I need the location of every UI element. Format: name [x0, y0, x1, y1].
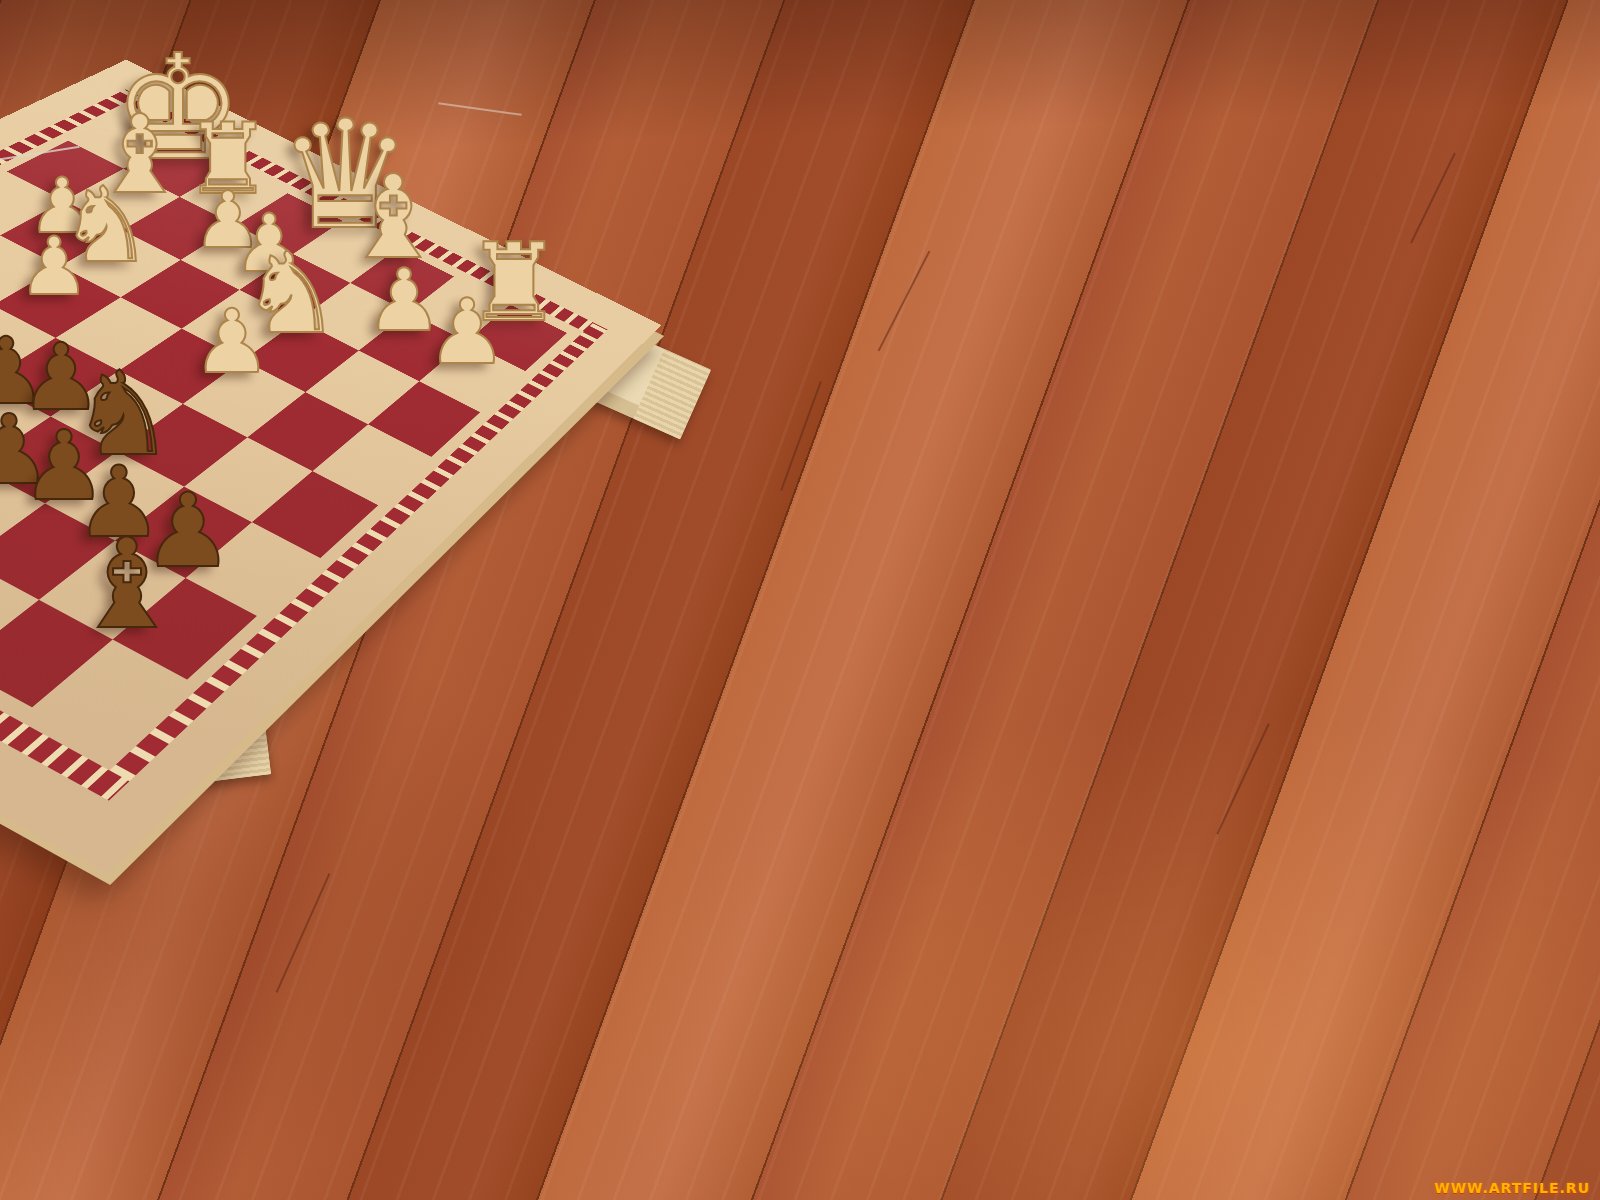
photo-scene: WWW.ARTFILE.RU ♚♜♛♝♜♝♟♟♟♟♟♞♞♟♟♟♟♞♟♟♟♟♝ [0, 0, 1600, 1200]
piece-white-P-b4: ♟ [18, 227, 90, 307]
piece-white-P-h2: ♟ [427, 287, 508, 377]
piece-black-B-g7: ♝ [71, 522, 182, 646]
piece-white-P-f4: ♟ [193, 298, 272, 386]
watermark: WWW.ARTFILE.RU [1434, 1180, 1590, 1196]
